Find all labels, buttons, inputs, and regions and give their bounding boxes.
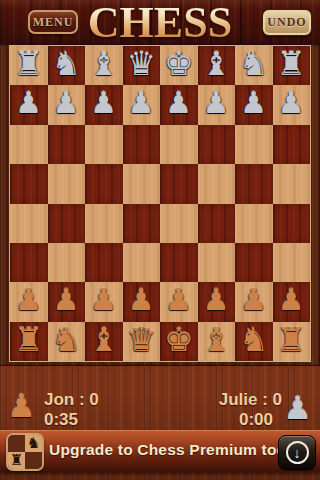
square-d6[interactable] [123,125,161,164]
square-a7[interactable]: ♟ [10,85,48,124]
piece-black-pawn[interactable]: ♟ [90,88,117,118]
piece-white-knight[interactable]: ♞ [51,323,81,356]
square-f1[interactable]: ♝ [198,322,236,361]
square-a8[interactable]: ♜ [10,46,48,85]
square-g3[interactable] [235,243,273,282]
square-f8[interactable]: ♝ [198,46,236,85]
chess-app-icon: ♞ ♜ [6,433,44,471]
piece-black-pawn[interactable]: ♟ [53,88,80,118]
square-a2[interactable]: ♟ [10,282,48,321]
white-player-clock: 0:35 [44,410,78,430]
square-g5[interactable] [235,164,273,203]
board-frame: ♜♞♝♛♚♝♞♜♟♟♟♟♟♟♟♟♟♟♟♟♟♟♟♟♜♞♝♛♚♝♞♜ [0,44,320,366]
square-e1[interactable]: ♚ [160,322,198,361]
square-b4[interactable] [48,204,86,243]
ad-text: Upgrade to Chess Premium today! [49,431,309,469]
piece-white-queen[interactable]: ♛ [126,323,156,356]
square-g2[interactable]: ♟ [235,282,273,321]
piece-black-knight[interactable]: ♞ [239,47,269,80]
square-b2[interactable]: ♟ [48,282,86,321]
square-d5[interactable] [123,164,161,203]
white-pawn-icon: ♟ [7,390,36,422]
piece-black-rook[interactable]: ♜ [14,47,44,80]
square-c4[interactable] [85,204,123,243]
square-g4[interactable] [235,204,273,243]
piece-white-rook[interactable]: ♜ [14,323,44,356]
piece-white-pawn[interactable]: ♟ [165,285,192,315]
piece-white-pawn[interactable]: ♟ [15,285,42,315]
ad-download-button[interactable]: ↓ [278,435,316,470]
chess-app-screen: CHESS MENU UNDO ♜♞♝♛♚♝♞♜♟♟♟♟♟♟♟♟♟♟♟♟♟♟♟♟… [0,0,320,480]
piece-white-pawn[interactable]: ♟ [53,285,80,315]
square-b6[interactable] [48,125,86,164]
square-c2[interactable]: ♟ [85,282,123,321]
square-b7[interactable]: ♟ [48,85,86,124]
ad-icon-square [8,435,25,452]
square-e6[interactable] [160,125,198,164]
piece-black-pawn[interactable]: ♟ [203,88,230,118]
piece-black-pawn[interactable]: ♟ [240,88,267,118]
square-a3[interactable] [10,243,48,282]
square-h5[interactable] [273,164,311,203]
square-d1[interactable]: ♛ [123,322,161,361]
piece-black-bishop[interactable]: ♝ [201,47,231,80]
piece-white-bishop[interactable]: ♝ [89,323,119,356]
black-player-score: Julie : 0 [219,390,282,410]
square-f6[interactable] [198,125,236,164]
piece-white-pawn[interactable]: ♟ [203,285,230,315]
piece-white-pawn[interactable]: ♟ [128,285,155,315]
piece-white-bishop[interactable]: ♝ [201,323,231,356]
square-a5[interactable] [10,164,48,203]
square-d2[interactable]: ♟ [123,282,161,321]
knight-icon: ♞ [27,436,40,451]
ad-banner[interactable]: ♞ ♜ Upgrade to Chess Premium today! ↓ [0,430,320,472]
square-c5[interactable] [85,164,123,203]
square-e5[interactable] [160,164,198,203]
piece-white-pawn[interactable]: ♟ [90,285,117,315]
piece-white-knight[interactable]: ♞ [239,323,269,356]
square-h8[interactable]: ♜ [273,46,311,85]
square-c3[interactable] [85,243,123,282]
square-c6[interactable] [85,125,123,164]
square-e4[interactable] [160,204,198,243]
square-h7[interactable]: ♟ [273,85,311,124]
square-c8[interactable]: ♝ [85,46,123,85]
piece-white-king[interactable]: ♚ [164,323,194,356]
black-pawn-icon: ♟ [283,392,312,424]
piece-white-rook[interactable]: ♜ [276,323,306,356]
menu-button[interactable]: MENU [28,10,78,34]
square-h4[interactable] [273,204,311,243]
square-f3[interactable] [198,243,236,282]
square-c7[interactable]: ♟ [85,85,123,124]
square-f2[interactable]: ♟ [198,282,236,321]
piece-white-pawn[interactable]: ♟ [278,285,305,315]
square-f5[interactable] [198,164,236,203]
square-g1[interactable]: ♞ [235,322,273,361]
square-e3[interactable] [160,243,198,282]
square-d4[interactable] [123,204,161,243]
square-b5[interactable] [48,164,86,203]
top-bar: CHESS MENU UNDO [0,0,320,44]
chess-board: ♜♞♝♛♚♝♞♜♟♟♟♟♟♟♟♟♟♟♟♟♟♟♟♟♜♞♝♛♚♝♞♜ [10,46,310,361]
black-player-clock: 0:00 [239,410,273,430]
square-g7[interactable]: ♟ [235,85,273,124]
square-h6[interactable] [273,125,311,164]
square-b1[interactable]: ♞ [48,322,86,361]
square-h3[interactable] [273,243,311,282]
square-c1[interactable]: ♝ [85,322,123,361]
square-h1[interactable]: ♜ [273,322,311,361]
piece-black-bishop[interactable]: ♝ [89,47,119,80]
square-g8[interactable]: ♞ [235,46,273,85]
square-a4[interactable] [10,204,48,243]
square-d8[interactable]: ♛ [123,46,161,85]
square-h2[interactable]: ♟ [273,282,311,321]
piece-black-pawn[interactable]: ♟ [165,88,192,118]
square-b8[interactable]: ♞ [48,46,86,85]
square-f4[interactable] [198,204,236,243]
piece-black-knight[interactable]: ♞ [51,47,81,80]
download-icon: ↓ [286,441,309,464]
square-g6[interactable] [235,125,273,164]
piece-black-pawn[interactable]: ♟ [128,88,155,118]
ad-icon-square: ♞ [25,435,42,452]
square-d3[interactable] [123,243,161,282]
square-b3[interactable] [48,243,86,282]
square-e8[interactable]: ♚ [160,46,198,85]
piece-white-pawn[interactable]: ♟ [240,285,267,315]
rook-icon: ♜ [10,453,23,468]
square-e7[interactable]: ♟ [160,85,198,124]
square-d7[interactable]: ♟ [123,85,161,124]
piece-black-pawn[interactable]: ♟ [278,88,305,118]
square-a6[interactable] [10,125,48,164]
ad-icon-square: ♜ [8,452,25,469]
piece-black-rook[interactable]: ♜ [276,47,306,80]
ad-icon-square [25,452,42,469]
piece-black-queen[interactable]: ♛ [126,47,156,80]
white-player-score: Jon : 0 [44,390,99,410]
undo-button[interactable]: UNDO [262,9,312,36]
piece-black-king[interactable]: ♚ [164,47,194,80]
piece-black-pawn[interactable]: ♟ [15,88,42,118]
square-f7[interactable]: ♟ [198,85,236,124]
square-a1[interactable]: ♜ [10,322,48,361]
square-e2[interactable]: ♟ [160,282,198,321]
